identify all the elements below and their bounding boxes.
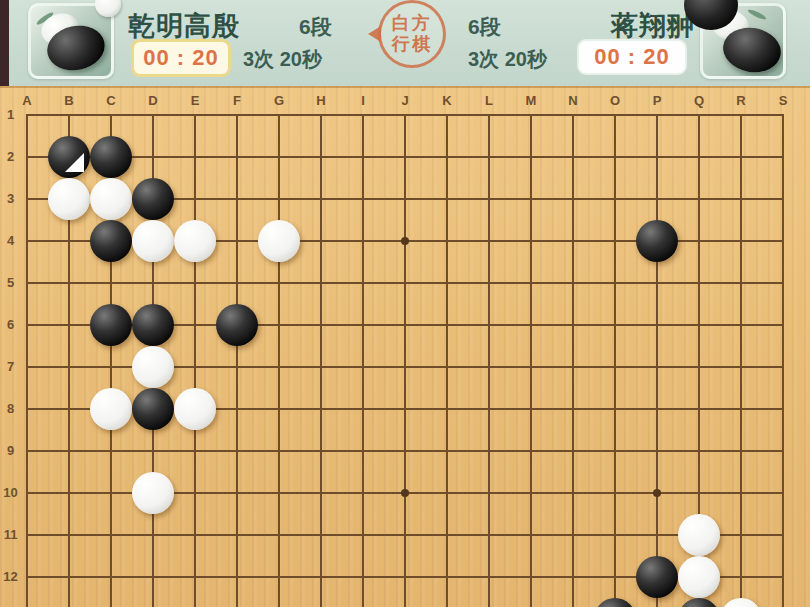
column-label-M: M	[521, 93, 541, 108]
star-point-J4	[401, 237, 409, 245]
row-label-2: 2	[0, 148, 21, 166]
column-label-D: D	[143, 93, 163, 108]
black-stone-C6	[90, 304, 132, 346]
black-stone-P4	[636, 220, 678, 262]
black-stone-C4	[90, 220, 132, 262]
white-stone-E4	[174, 220, 216, 262]
black-stone-C2	[90, 136, 132, 178]
column-label-J: J	[395, 93, 415, 108]
left-player-rank: 6段	[299, 13, 332, 41]
row-label-10: 10	[0, 484, 21, 502]
column-label-I: I	[353, 93, 373, 108]
black-stone-P12	[636, 556, 678, 598]
go-board[interactable]: ABCDEFGHIJKLMNOPQRS123456789101112131415…	[0, 86, 810, 607]
white-stone-D7	[132, 346, 174, 388]
grid-hline-9	[26, 450, 784, 452]
turn-indicator-stamp: 白方 行棋	[378, 0, 446, 68]
bamboo-leaf-icon	[747, 8, 767, 21]
left-player-clock: 00 : 20	[131, 39, 231, 77]
row-label-7: 7	[0, 358, 21, 376]
white-stone-Q12	[678, 556, 720, 598]
black-stone-B2	[48, 136, 90, 178]
stamp-line1: 白方	[392, 13, 432, 34]
column-label-O: O	[605, 93, 625, 108]
row-label-8: 8	[0, 400, 21, 418]
game-header: 乾明高殷 6段 00 : 20 3次 20秒 白方 行棋 6段 蒋翔翀 3次 2…	[0, 0, 810, 86]
row-label-9: 9	[0, 442, 21, 460]
right-player-clock: 00 : 20	[577, 39, 687, 75]
grid-hline-1	[26, 114, 784, 116]
grid-hline-2	[26, 156, 784, 158]
white-stone-C8	[90, 388, 132, 430]
column-label-C: C	[101, 93, 121, 108]
black-stone-Q13	[678, 598, 720, 607]
white-stone-C3	[90, 178, 132, 220]
black-stone-O13	[594, 598, 636, 607]
column-label-L: L	[479, 93, 499, 108]
row-label-6: 6	[0, 316, 21, 334]
row-label-5: 5	[0, 274, 21, 292]
column-label-K: K	[437, 93, 457, 108]
stamp-line2: 行棋	[392, 34, 432, 55]
left-player-byoyomi: 3次 20秒	[243, 46, 322, 73]
left-edge-strip	[0, 0, 9, 86]
go-app-window: 乾明高殷 6段 00 : 20 3次 20秒 白方 行棋 6段 蒋翔翀 3次 2…	[0, 0, 810, 607]
column-label-P: P	[647, 93, 667, 108]
white-stone-E8	[174, 388, 216, 430]
black-stone-F6	[216, 304, 258, 346]
black-stone-D6	[132, 304, 174, 346]
white-stone-B3	[48, 178, 90, 220]
row-label-1: 1	[0, 106, 21, 124]
column-label-E: E	[185, 93, 205, 108]
black-stone-D3	[132, 178, 174, 220]
star-point-P10	[653, 489, 661, 497]
column-label-B: B	[59, 93, 79, 108]
row-label-12: 12	[0, 568, 21, 586]
turn-pointer-icon	[368, 26, 381, 42]
column-label-Q: Q	[689, 93, 709, 108]
column-label-R: R	[731, 93, 751, 108]
star-point-J10	[401, 489, 409, 497]
black-stone-D8	[132, 388, 174, 430]
row-label-4: 4	[0, 232, 21, 250]
white-stone-R13	[720, 598, 762, 607]
column-label-G: G	[269, 93, 289, 108]
column-label-F: F	[227, 93, 247, 108]
right-player-byoyomi: 3次 20秒	[468, 46, 547, 73]
last-move-marker-icon	[65, 153, 84, 172]
white-stone-D10	[132, 472, 174, 514]
column-label-S: S	[773, 93, 793, 108]
right-player-rank: 6段	[468, 13, 501, 41]
column-label-H: H	[311, 93, 331, 108]
grid-hline-5	[26, 282, 784, 284]
white-stone-G4	[258, 220, 300, 262]
white-stone-Q11	[678, 514, 720, 556]
grid-hline-11	[26, 534, 784, 536]
white-stone-D4	[132, 220, 174, 262]
column-label-N: N	[563, 93, 583, 108]
row-label-3: 3	[0, 190, 21, 208]
row-label-11: 11	[0, 526, 21, 544]
